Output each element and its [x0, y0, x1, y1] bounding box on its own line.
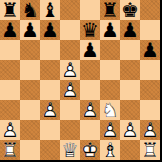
piece-white-knight[interactable]: ♞♘ — [100, 100, 120, 120]
square-a3[interactable] — [0, 100, 20, 120]
square-b3[interactable] — [20, 100, 40, 120]
white-rook-icon: ♜ — [140, 140, 160, 160]
piece-black-pawn[interactable]: ♟ — [140, 40, 160, 60]
black-queen-icon: ♛ — [80, 20, 100, 40]
square-c5[interactable] — [40, 60, 60, 80]
piece-black-pawn[interactable]: ♟ — [120, 20, 140, 40]
black-pawn-icon: ♟ — [80, 40, 100, 60]
black-rook-icon: ♜ — [100, 0, 120, 20]
piece-white-pawn[interactable]: ♟♙ — [100, 120, 120, 140]
piece-black-pawn[interactable]: ♟ — [20, 20, 40, 40]
square-b4[interactable] — [20, 80, 40, 100]
square-d5[interactable]: ♟♙ — [60, 60, 80, 80]
square-f8[interactable]: ♜ — [100, 0, 120, 20]
chess-board: ♜♞♝♜♚♟♟♟♛♟♟♟♟♟♙♟♙♟♙♟♙♞♘♟♙♟♙♟♙♟♙♜♖♛♕♚♔♝♗♜… — [0, 0, 160, 160]
square-c1[interactable] — [40, 140, 60, 160]
white-pawn-outline-icon: ♙ — [0, 120, 20, 140]
square-d8[interactable] — [60, 0, 80, 20]
black-pawn-icon: ♟ — [120, 20, 140, 40]
piece-black-pawn[interactable]: ♟ — [40, 20, 60, 40]
white-queen-outline-icon: ♕ — [60, 140, 80, 160]
square-g5[interactable] — [120, 60, 140, 80]
piece-white-pawn[interactable]: ♟♙ — [140, 120, 160, 140]
white-pawn-outline-icon: ♙ — [60, 80, 80, 100]
square-g7[interactable]: ♟ — [120, 20, 140, 40]
white-pawn-icon: ♟ — [40, 100, 60, 120]
square-f2[interactable]: ♟♙ — [100, 120, 120, 140]
white-pawn-outline-icon: ♙ — [40, 100, 60, 120]
black-pawn-icon: ♟ — [100, 20, 120, 40]
white-pawn-icon: ♟ — [140, 120, 160, 140]
white-pawn-icon: ♟ — [60, 60, 80, 80]
white-pawn-icon: ♟ — [100, 120, 120, 140]
square-a5[interactable] — [0, 60, 20, 80]
square-f6[interactable] — [100, 40, 120, 60]
square-c4[interactable] — [40, 80, 60, 100]
square-h3[interactable] — [140, 100, 160, 120]
black-rook-icon: ♜ — [0, 0, 20, 20]
white-pawn-icon: ♟ — [60, 80, 80, 100]
white-pawn-icon: ♟ — [120, 120, 140, 140]
square-b6[interactable] — [20, 40, 40, 60]
piece-white-pawn[interactable]: ♟♙ — [120, 120, 140, 140]
square-h7[interactable] — [140, 20, 160, 40]
square-a6[interactable] — [0, 40, 20, 60]
square-b8[interactable]: ♞ — [20, 0, 40, 20]
square-e4[interactable] — [80, 80, 100, 100]
square-b1[interactable] — [20, 140, 40, 160]
black-knight-icon: ♞ — [20, 0, 40, 20]
piece-white-pawn[interactable]: ♟♙ — [80, 100, 100, 120]
square-a7[interactable]: ♟ — [0, 20, 20, 40]
piece-white-pawn[interactable]: ♟♙ — [60, 60, 80, 80]
piece-black-pawn[interactable]: ♟ — [0, 20, 20, 40]
square-a4[interactable] — [0, 80, 20, 100]
square-b5[interactable] — [20, 60, 40, 80]
square-b2[interactable] — [20, 120, 40, 140]
square-c2[interactable] — [40, 120, 60, 140]
square-d1[interactable]: ♛♕ — [60, 140, 80, 160]
piece-black-queen[interactable]: ♛ — [80, 20, 100, 40]
square-h2[interactable]: ♟♙ — [140, 120, 160, 140]
black-bishop-icon: ♝ — [40, 0, 60, 20]
chess-board-frame: ♜♞♝♜♚♟♟♟♛♟♟♟♟♟♙♟♙♟♙♟♙♞♘♟♙♟♙♟♙♟♙♜♖♛♕♚♔♝♗♜… — [0, 0, 162, 162]
square-c6[interactable] — [40, 40, 60, 60]
black-pawn-icon: ♟ — [20, 20, 40, 40]
piece-white-pawn[interactable]: ♟♙ — [0, 120, 20, 140]
square-c8[interactable]: ♝ — [40, 0, 60, 20]
square-d6[interactable] — [60, 40, 80, 60]
square-f3[interactable]: ♞♘ — [100, 100, 120, 120]
square-g8[interactable]: ♚ — [120, 0, 140, 20]
piece-white-pawn[interactable]: ♟♙ — [60, 80, 80, 100]
white-rook-outline-icon: ♖ — [140, 140, 160, 160]
white-pawn-outline-icon: ♙ — [120, 120, 140, 140]
square-h8[interactable] — [140, 0, 160, 20]
piece-white-bishop[interactable]: ♝♗ — [100, 140, 120, 160]
square-d3[interactable] — [60, 100, 80, 120]
piece-white-rook[interactable]: ♜♖ — [140, 140, 160, 160]
black-pawn-icon: ♟ — [40, 20, 60, 40]
piece-white-pawn[interactable]: ♟♙ — [40, 100, 60, 120]
square-e7[interactable]: ♛ — [80, 20, 100, 40]
square-h4[interactable] — [140, 80, 160, 100]
square-g2[interactable]: ♟♙ — [120, 120, 140, 140]
square-f5[interactable] — [100, 60, 120, 80]
piece-white-rook[interactable]: ♜♖ — [0, 140, 20, 160]
white-pawn-outline-icon: ♙ — [80, 100, 100, 120]
white-rook-icon: ♜ — [0, 140, 20, 160]
square-b7[interactable]: ♟ — [20, 20, 40, 40]
piece-black-pawn[interactable]: ♟ — [100, 20, 120, 40]
black-pawn-icon: ♟ — [0, 20, 20, 40]
square-c3[interactable]: ♟♙ — [40, 100, 60, 120]
white-pawn-icon: ♟ — [0, 120, 20, 140]
piece-white-king[interactable]: ♚♔ — [80, 140, 100, 160]
square-h5[interactable] — [140, 60, 160, 80]
square-h1[interactable]: ♜♖ — [140, 140, 160, 160]
white-king-icon: ♚ — [80, 140, 100, 160]
white-bishop-icon: ♝ — [100, 140, 120, 160]
white-king-outline-icon: ♔ — [80, 140, 100, 160]
square-f1[interactable]: ♝♗ — [100, 140, 120, 160]
square-e3[interactable]: ♟♙ — [80, 100, 100, 120]
piece-black-king[interactable]: ♚ — [120, 0, 140, 20]
piece-black-pawn[interactable]: ♟ — [80, 40, 100, 60]
square-g1[interactable] — [120, 140, 140, 160]
square-e1[interactable]: ♚♔ — [80, 140, 100, 160]
square-e6[interactable]: ♟ — [80, 40, 100, 60]
piece-black-rook[interactable]: ♜ — [100, 0, 120, 20]
black-pawn-icon: ♟ — [140, 40, 160, 60]
square-a2[interactable]: ♟♙ — [0, 120, 20, 140]
square-a8[interactable]: ♜ — [0, 0, 20, 20]
square-g6[interactable] — [120, 40, 140, 60]
piece-black-bishop[interactable]: ♝ — [40, 0, 60, 20]
white-queen-icon: ♛ — [60, 140, 80, 160]
square-d2[interactable] — [60, 120, 80, 140]
white-pawn-outline-icon: ♙ — [100, 120, 120, 140]
square-a1[interactable]: ♜♖ — [0, 140, 20, 160]
square-f7[interactable]: ♟ — [100, 20, 120, 40]
square-e5[interactable] — [80, 60, 100, 80]
square-g4[interactable] — [120, 80, 140, 100]
white-knight-icon: ♞ — [100, 100, 120, 120]
white-pawn-outline-icon: ♙ — [140, 120, 160, 140]
square-d4[interactable]: ♟♙ — [60, 80, 80, 100]
piece-white-queen[interactable]: ♛♕ — [60, 140, 80, 160]
square-e2[interactable] — [80, 120, 100, 140]
square-c7[interactable]: ♟ — [40, 20, 60, 40]
piece-black-rook[interactable]: ♜ — [0, 0, 20, 20]
white-pawn-icon: ♟ — [80, 100, 100, 120]
square-d7[interactable] — [60, 20, 80, 40]
black-king-icon: ♚ — [120, 0, 140, 20]
white-knight-outline-icon: ♘ — [100, 100, 120, 120]
square-f4[interactable] — [100, 80, 120, 100]
square-g3[interactable] — [120, 100, 140, 120]
piece-black-knight[interactable]: ♞ — [20, 0, 40, 20]
white-pawn-outline-icon: ♙ — [60, 60, 80, 80]
square-e8[interactable] — [80, 0, 100, 20]
square-h6[interactable]: ♟ — [140, 40, 160, 60]
white-rook-outline-icon: ♖ — [0, 140, 20, 160]
white-bishop-outline-icon: ♗ — [100, 140, 120, 160]
